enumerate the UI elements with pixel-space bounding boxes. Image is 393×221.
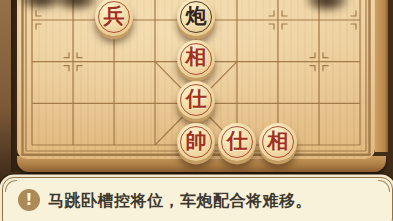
piece-glyph: 帥 <box>186 131 207 152</box>
tip-bar: ! 马跳卧槽控将位，车炮配合将难移。 <box>2 177 393 221</box>
corner-ornament-icon <box>378 180 390 192</box>
corner-ornament-icon <box>5 180 17 192</box>
exclamation-circle-icon: ! <box>18 189 40 211</box>
piece-red-general[interactable]: 帥 <box>177 123 215 161</box>
piece-glyph: 兵 <box>104 6 125 27</box>
piece-red-elephant[interactable]: 相 <box>259 123 297 161</box>
piece-glyph: 相 <box>268 131 289 152</box>
piece-glyph: 炮 <box>186 6 207 27</box>
piece-red-advisor[interactable]: 仕 <box>218 123 256 161</box>
piece-red-elephant[interactable]: 相 <box>177 40 215 78</box>
xiangqi-game-screen: 兵炮相仕帥仕相 ! 马跳卧槽控将位，车炮配合将难移。 <box>0 0 393 221</box>
piece-glyph: 仕 <box>186 89 207 110</box>
tip-text: 马跳卧槽控将位，车炮配合将难移。 <box>48 191 312 212</box>
piece-glyph: 仕 <box>227 131 248 152</box>
piece-glyph: 相 <box>186 47 207 68</box>
